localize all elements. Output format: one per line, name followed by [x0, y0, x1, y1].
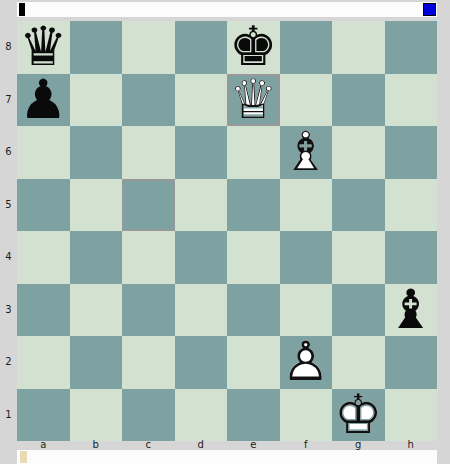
square-d2[interactable]: [175, 336, 228, 389]
square-b3[interactable]: [70, 284, 123, 337]
square-h5[interactable]: [385, 179, 438, 232]
square-c6[interactable]: [122, 126, 175, 179]
rank-label-6: 6: [0, 126, 17, 179]
file-label-h: h: [385, 440, 438, 450]
square-f8[interactable]: [280, 21, 333, 74]
rank-label-7: 7: [0, 74, 17, 127]
square-f1[interactable]: [280, 389, 333, 442]
white-king-g1: ♚♔: [332, 389, 385, 442]
piece-outline-layer: ♔: [332, 389, 385, 442]
square-a4[interactable]: [17, 231, 70, 284]
square-b2[interactable]: [70, 336, 123, 389]
white-bishop-f6: ♝♗: [280, 126, 333, 179]
square-h3[interactable]: ♝: [385, 284, 438, 337]
piece-glyph: ♝: [385, 284, 438, 337]
square-e8[interactable]: ♚: [227, 21, 280, 74]
square-c8[interactable]: [122, 21, 175, 74]
bottom-text-field[interactable]: [17, 450, 437, 464]
square-a6[interactable]: [17, 126, 70, 179]
file-label-d: d: [175, 440, 228, 450]
square-d6[interactable]: [175, 126, 228, 179]
square-h1[interactable]: [385, 389, 438, 442]
square-f7[interactable]: [280, 74, 333, 127]
square-f3[interactable]: [280, 284, 333, 337]
square-c5[interactable]: [122, 179, 175, 232]
square-f2[interactable]: ♟♙: [280, 336, 333, 389]
square-a3[interactable]: [17, 284, 70, 337]
square-f6[interactable]: ♝♗: [280, 126, 333, 179]
square-h6[interactable]: [385, 126, 438, 179]
square-e1[interactable]: [227, 389, 280, 442]
square-d8[interactable]: [175, 21, 228, 74]
black-pawn-a7: ♟: [17, 74, 70, 127]
square-g8[interactable]: [332, 21, 385, 74]
black-queen-a8: ♛: [17, 21, 70, 74]
piece-outline-layer: ♗: [280, 126, 333, 179]
file-label-a: a: [17, 440, 70, 450]
square-a5[interactable]: [17, 179, 70, 232]
square-d4[interactable]: [175, 231, 228, 284]
square-e5[interactable]: [227, 179, 280, 232]
square-d7[interactable]: [175, 74, 228, 127]
square-h7[interactable]: [385, 74, 438, 127]
piece-glyph: ♛: [17, 21, 70, 74]
rank-label-4: 4: [0, 231, 17, 284]
black-king-e8: ♚: [227, 21, 280, 74]
square-g5[interactable]: [332, 179, 385, 232]
square-a7[interactable]: ♟: [17, 74, 70, 127]
square-e3[interactable]: [227, 284, 280, 337]
square-g7[interactable]: [332, 74, 385, 127]
square-b1[interactable]: [70, 389, 123, 442]
white-queen-e7: ♛♕: [227, 74, 280, 127]
square-e6[interactable]: [227, 126, 280, 179]
square-c4[interactable]: [122, 231, 175, 284]
square-g3[interactable]: [332, 284, 385, 337]
rank-label-8: 8: [0, 21, 17, 74]
square-g4[interactable]: [332, 231, 385, 284]
file-label-b: b: [70, 440, 123, 450]
square-b6[interactable]: [70, 126, 123, 179]
square-h8[interactable]: [385, 21, 438, 74]
file-label-f: f: [280, 440, 333, 450]
square-d3[interactable]: [175, 284, 228, 337]
square-g6[interactable]: [332, 126, 385, 179]
rank-label-1: 1: [0, 389, 17, 442]
square-b4[interactable]: [70, 231, 123, 284]
chess-app-window: 87654321 ♛♚♟♛♕♝♗♝♟♙♚♔ abcdefgh: [0, 0, 450, 464]
square-d5[interactable]: [175, 179, 228, 232]
square-c7[interactable]: [122, 74, 175, 127]
square-c2[interactable]: [122, 336, 175, 389]
file-label-g: g: [332, 440, 385, 450]
blue-square-icon: [423, 3, 436, 16]
black-bishop-h3: ♝: [385, 284, 438, 337]
square-a2[interactable]: [17, 336, 70, 389]
rank-label-2: 2: [0, 336, 17, 389]
piece-glyph: ♟: [17, 74, 70, 127]
white-pawn-f2: ♟♙: [280, 336, 333, 389]
chess-board: ♛♚♟♛♕♝♗♝♟♙♚♔: [17, 21, 437, 441]
square-c1[interactable]: [122, 389, 175, 442]
square-e2[interactable]: [227, 336, 280, 389]
top-text-field[interactable]: [17, 2, 437, 17]
square-b7[interactable]: [70, 74, 123, 127]
rank-label-5: 5: [0, 179, 17, 232]
file-label-c: c: [122, 440, 175, 450]
square-c3[interactable]: [122, 284, 175, 337]
square-b5[interactable]: [70, 179, 123, 232]
square-a8[interactable]: ♛: [17, 21, 70, 74]
square-g1[interactable]: ♚♔: [332, 389, 385, 442]
square-e7[interactable]: ♛♕: [227, 74, 280, 127]
rank-label-3: 3: [0, 284, 17, 337]
square-f5[interactable]: [280, 179, 333, 232]
square-d1[interactable]: [175, 389, 228, 442]
square-h4[interactable]: [385, 231, 438, 284]
piece-glyph: ♚: [227, 21, 280, 74]
input-marker-icon: [20, 451, 27, 463]
piece-outline-layer: ♕: [227, 74, 280, 127]
square-e4[interactable]: [227, 231, 280, 284]
square-f4[interactable]: [280, 231, 333, 284]
file-label-e: e: [227, 440, 280, 450]
piece-outline-layer: ♙: [280, 336, 333, 389]
square-a1[interactable]: [17, 389, 70, 442]
square-h2[interactable]: [385, 336, 438, 389]
square-b8[interactable]: [70, 21, 123, 74]
square-g2[interactable]: [332, 336, 385, 389]
